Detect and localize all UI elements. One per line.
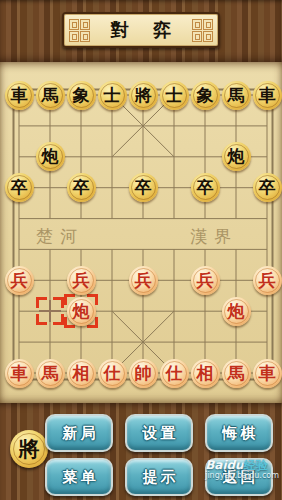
title-plaque: 對 弈 [62,12,220,48]
piece-A[interactable]: 仕 [160,359,189,388]
piece-P[interactable]: 兵 [129,266,158,295]
piece-P[interactable]: 兵 [5,266,34,295]
page-title: 對 弈 [90,18,192,42]
piece-B[interactable]: 相 [67,359,96,388]
piece-R[interactable]: 車 [253,359,282,388]
piece-k[interactable]: 將 [129,81,158,110]
settings-button[interactable]: 设置 [125,414,193,452]
piece-n[interactable]: 馬 [222,81,251,110]
meander-pattern-right [192,19,213,42]
new-game-button[interactable]: 新局 [45,414,113,452]
undo-move-button[interactable]: 悔棋 [205,414,273,452]
piece-c[interactable]: 炮 [222,142,251,171]
piece-N[interactable]: 馬 [222,359,251,388]
piece-C[interactable]: 炮 [222,297,251,326]
menu-button[interactable]: 菜单 [45,458,113,496]
piece-n[interactable]: 馬 [36,81,65,110]
piece-N[interactable]: 馬 [36,359,65,388]
piece-C[interactable]: 炮 [67,297,96,326]
piece-b[interactable]: 象 [67,81,96,110]
piece-p[interactable]: 卒 [191,173,220,202]
piece-c[interactable]: 炮 [36,142,65,171]
river-label-right: 漢界 [190,225,238,248]
piece-P[interactable]: 兵 [253,266,282,295]
piece-b[interactable]: 象 [191,81,220,110]
footer-wood-panel: 將 新局 设置 悔棋 菜单 提示 返回 Baidu经验 jingyan.baid… [0,403,282,500]
piece-r[interactable]: 車 [5,81,34,110]
baidu-watermark: Baidu经验 jingyan.baidu.com [205,459,279,481]
watermark-brand: Baidu [205,458,244,472]
meander-pattern-left [69,19,90,42]
watermark-brand-suffix: 经验 [244,458,268,472]
piece-P[interactable]: 兵 [191,266,220,295]
piece-a[interactable]: 士 [98,81,127,110]
piece-P[interactable]: 兵 [67,266,96,295]
watermark-url: jingyan.baidu.com [205,472,279,481]
piece-R[interactable]: 車 [5,359,34,388]
piece-p[interactable]: 卒 [67,173,96,202]
hint-button[interactable]: 提示 [125,458,193,496]
piece-K[interactable]: 帥 [129,359,158,388]
piece-A[interactable]: 仕 [98,359,127,388]
piece-B[interactable]: 相 [191,359,220,388]
piece-p[interactable]: 卒 [253,173,282,202]
turn-indicator-piece: 將 [10,430,48,468]
header-wood-panel: 對 弈 [0,0,282,62]
piece-r[interactable]: 車 [253,81,282,110]
xiangqi-board[interactable]: 楚河 漢界 車馬象士將士象馬車炮炮卒卒卒卒卒兵兵兵兵兵炮炮車馬相仕帥仕相馬車 [0,62,282,403]
xiangqi-app: 對 弈 [0,0,282,500]
river-label-left: 楚河 [36,225,84,248]
piece-p[interactable]: 卒 [129,173,158,202]
piece-p[interactable]: 卒 [5,173,34,202]
piece-a[interactable]: 士 [160,81,189,110]
